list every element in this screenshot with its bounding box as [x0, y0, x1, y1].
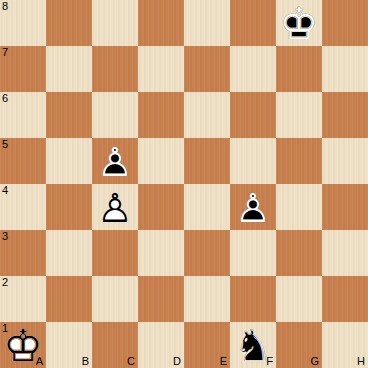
square-c8[interactable] [92, 0, 138, 46]
square-h2[interactable] [322, 276, 368, 322]
square-f7[interactable] [230, 46, 276, 92]
square-h6[interactable] [322, 92, 368, 138]
square-f2[interactable] [230, 276, 276, 322]
square-a3[interactable]: 3 [0, 230, 46, 276]
square-e6[interactable] [184, 92, 230, 138]
square-f1[interactable]: F♞♘ [230, 322, 276, 368]
square-a8[interactable]: 8 [0, 0, 46, 46]
square-f8[interactable] [230, 0, 276, 46]
square-g5[interactable] [276, 138, 322, 184]
square-c7[interactable] [92, 46, 138, 92]
square-g1[interactable]: G [276, 322, 322, 368]
square-c5[interactable]: ♟♙ [92, 138, 138, 184]
square-d6[interactable] [138, 92, 184, 138]
square-e1[interactable]: E [184, 322, 230, 368]
square-a4[interactable]: 4 [0, 184, 46, 230]
square-c6[interactable] [92, 92, 138, 138]
file-label-g: G [310, 355, 319, 368]
square-h4[interactable] [322, 184, 368, 230]
piece-black-knight[interactable]: ♞♘ [230, 322, 276, 368]
square-f4[interactable]: ♟♙ [230, 184, 276, 230]
square-b4[interactable] [46, 184, 92, 230]
square-a6[interactable]: 6 [0, 92, 46, 138]
rank-label-2: 2 [2, 276, 8, 289]
rank-label-5: 5 [2, 138, 8, 151]
square-c2[interactable] [92, 276, 138, 322]
white-pawn-outline-icon: ♙ [92, 184, 138, 230]
rank-label-8: 8 [2, 0, 8, 13]
square-c1[interactable]: C [92, 322, 138, 368]
piece-black-king[interactable]: ♚♔ [276, 0, 322, 46]
square-d4[interactable] [138, 184, 184, 230]
file-label-h: H [357, 355, 365, 368]
square-e3[interactable] [184, 230, 230, 276]
square-e5[interactable] [184, 138, 230, 184]
square-h7[interactable] [322, 46, 368, 92]
square-d1[interactable]: D [138, 322, 184, 368]
square-h3[interactable] [322, 230, 368, 276]
rank-label-7: 7 [2, 46, 8, 59]
rank-label-4: 4 [2, 184, 8, 197]
square-b6[interactable] [46, 92, 92, 138]
rank-label-3: 3 [2, 230, 8, 243]
file-label-b: B [82, 355, 89, 368]
square-e8[interactable] [184, 0, 230, 46]
square-h8[interactable] [322, 0, 368, 46]
black-pawn-outline-icon: ♙ [230, 184, 276, 230]
piece-black-pawn[interactable]: ♟♙ [92, 138, 138, 184]
square-e2[interactable] [184, 276, 230, 322]
piece-black-pawn[interactable]: ♟♙ [230, 184, 276, 230]
square-h1[interactable]: H [322, 322, 368, 368]
square-g8[interactable]: ♚♔ [276, 0, 322, 46]
square-b7[interactable] [46, 46, 92, 92]
square-d2[interactable] [138, 276, 184, 322]
square-d8[interactable] [138, 0, 184, 46]
file-label-c: C [127, 355, 135, 368]
piece-white-pawn[interactable]: ♟♙ [92, 184, 138, 230]
square-g3[interactable] [276, 230, 322, 276]
file-label-d: D [173, 355, 181, 368]
square-g7[interactable] [276, 46, 322, 92]
square-c3[interactable] [92, 230, 138, 276]
square-a5[interactable]: 5 [0, 138, 46, 184]
square-b5[interactable] [46, 138, 92, 184]
square-g2[interactable] [276, 276, 322, 322]
square-d7[interactable] [138, 46, 184, 92]
rank-label-6: 6 [2, 92, 8, 105]
square-a7[interactable]: 7 [0, 46, 46, 92]
piece-white-king[interactable]: ♚♔ [0, 322, 46, 368]
square-f5[interactable] [230, 138, 276, 184]
square-a2[interactable]: 2 [0, 276, 46, 322]
chess-board: 8♚♔765♟♙4♟♙♟♙321A♚♔BCDEF♞♘GH [0, 0, 368, 368]
square-d3[interactable] [138, 230, 184, 276]
black-knight-outline-icon: ♘ [230, 322, 276, 368]
square-g6[interactable] [276, 92, 322, 138]
square-b3[interactable] [46, 230, 92, 276]
black-king-outline-icon: ♔ [276, 0, 322, 46]
square-e4[interactable] [184, 184, 230, 230]
square-h5[interactable] [322, 138, 368, 184]
file-label-e: E [220, 355, 227, 368]
white-king-outline-icon: ♔ [0, 322, 46, 368]
black-pawn-outline-icon: ♙ [92, 138, 138, 184]
square-b8[interactable] [46, 0, 92, 46]
square-g4[interactable] [276, 184, 322, 230]
square-b2[interactable] [46, 276, 92, 322]
square-e7[interactable] [184, 46, 230, 92]
square-c4[interactable]: ♟♙ [92, 184, 138, 230]
square-d5[interactable] [138, 138, 184, 184]
square-f3[interactable] [230, 230, 276, 276]
square-f6[interactable] [230, 92, 276, 138]
square-a1[interactable]: 1A♚♔ [0, 322, 46, 368]
square-b1[interactable]: B [46, 322, 92, 368]
